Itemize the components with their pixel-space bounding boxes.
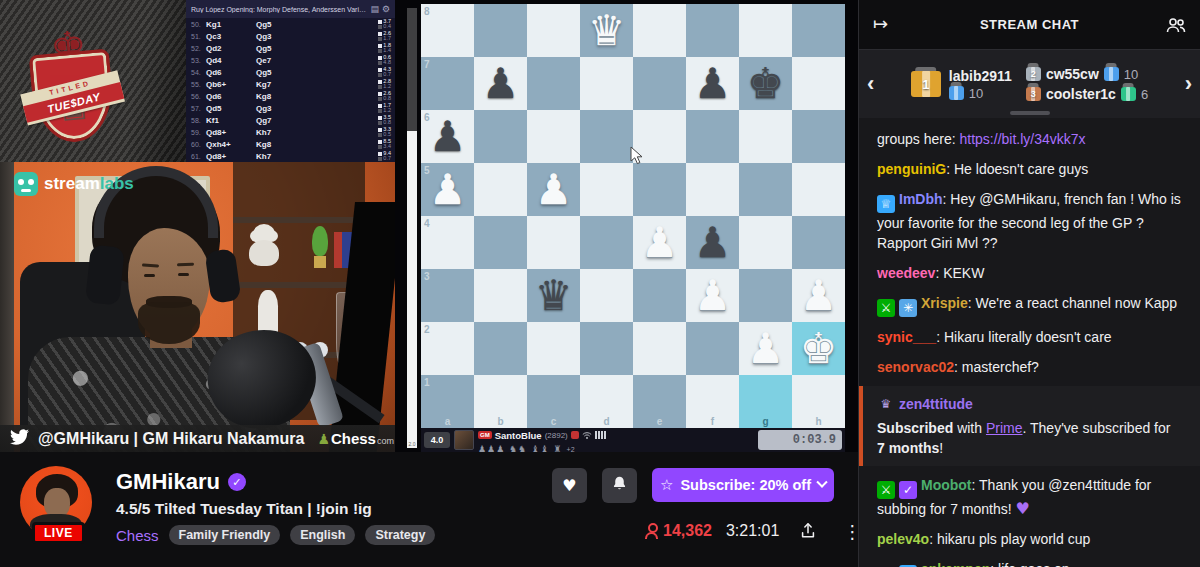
rank-label: 3 [424, 271, 430, 282]
channel-info-bar: LIVE GMHikaru ✓ 4.5/5 Tilted Tuesday Tit… [0, 452, 858, 567]
chat-username[interactable]: weedeev [877, 265, 935, 281]
leaderboard-prev-icon[interactable]: ‹ [867, 73, 874, 95]
chat-username[interactable]: ImDbh [899, 191, 943, 207]
file-label: h [815, 416, 821, 427]
stream-page: ♚ ♚ TITLED TUE$DAY Ruy López Opening: Mo… [0, 0, 1200, 567]
evaluation-bar: 2.0 [407, 8, 417, 448]
chat-messages: groups here: https://bit.ly/34vkk7xpengu… [859, 118, 1200, 567]
square-a4[interactable]: 4 [421, 216, 474, 269]
moderator-badge: ⚔ [877, 299, 895, 317]
chat-title: STREAM CHAT [980, 17, 1079, 32]
square-a8[interactable]: 8 [421, 4, 474, 57]
mouse-cursor [630, 146, 643, 169]
square-c3[interactable]: ♛ [527, 269, 580, 322]
third-gifter[interactable]: 3 coolster1c 6 [1026, 86, 1148, 102]
square-c4[interactable] [527, 216, 580, 269]
square-h8[interactable] [792, 4, 845, 57]
rank-label: 4 [424, 218, 430, 229]
founder-badge: ♛ [877, 395, 895, 413]
chat-username[interactable]: Xrispie [921, 295, 968, 311]
social-ticker: @GMHikaru | GM Hikaru Nakamura ♟ Chess c… [0, 425, 395, 452]
stream-uptime: 3:21:01 [726, 522, 779, 540]
gifter-leaderboard: ‹ 1 labib2911 10 2 cw55cw 10 [859, 50, 1200, 118]
square-e5[interactable] [633, 163, 686, 216]
square-d3[interactable] [580, 269, 633, 322]
square-b3[interactable] [474, 269, 527, 322]
square-b2[interactable] [474, 322, 527, 375]
move-row[interactable]: 60.Qxh4+Kg88.53.4 [186, 138, 395, 150]
file-label: e [657, 416, 663, 427]
square-f3[interactable]: ♟ [686, 269, 739, 322]
square-d5[interactable] [580, 163, 633, 216]
square-e4[interactable]: ♟ [633, 216, 686, 269]
square-b4[interactable] [474, 216, 527, 269]
square-c5[interactable]: ♟ [527, 163, 580, 216]
square-h4[interactable] [792, 216, 845, 269]
streamlabs-icon [14, 172, 38, 196]
player-clock: 0:03.9 [758, 430, 842, 450]
chat-username[interactable]: senorvac02 [877, 359, 954, 375]
moderator-badge: ⚔ [877, 481, 895, 499]
heart-icon: ♥ [562, 476, 576, 495]
gm-title-chip: GM [478, 431, 492, 439]
chat-username[interactable]: penguiniG [877, 161, 946, 177]
leaderboard-next-icon[interactable]: › [1185, 73, 1192, 95]
chat-message: synic___: Hikaru literally doesn't care [859, 322, 1200, 352]
chat-message: penguiniG: He ldoesn't care guys [859, 154, 1200, 184]
file-label: g [762, 416, 768, 427]
square-f5[interactable] [686, 163, 739, 216]
player-bar: 4.0 GM SantoBlue (2892) ♟♟♟ ♞♞ ♝♝ [421, 428, 845, 452]
square-f7[interactable]: ♟ [686, 57, 739, 110]
square-e1[interactable]: e [633, 375, 686, 428]
tag-english[interactable]: English [290, 525, 355, 545]
square-e2[interactable] [633, 322, 686, 375]
player-avatar[interactable] [454, 430, 474, 450]
square-b8[interactable] [474, 4, 527, 57]
black-pawn: ♟ [686, 57, 739, 110]
chat-username[interactable]: pelev4o [877, 531, 929, 547]
square-g1[interactable]: g [739, 375, 792, 428]
connection-bars-icon [595, 431, 606, 439]
streamer-beard [138, 302, 200, 344]
rank-label: 1 [424, 377, 430, 388]
square-g2[interactable]: ♟ [739, 322, 792, 375]
viewer-count: 14,362 [663, 522, 712, 540]
verified-badge-icon: ✓ [228, 473, 246, 491]
chat-message: pelev4o: hikaru pls play world cup [859, 524, 1200, 554]
settings-icon[interactable]: ⚙ [382, 5, 390, 14]
square-h1[interactable]: h [792, 375, 845, 428]
gifter-name[interactable]: coolster1c [1046, 86, 1116, 102]
square-h5[interactable] [792, 163, 845, 216]
white-pawn: ♟ [739, 322, 792, 375]
prime-link[interactable]: Prime [986, 420, 1023, 436]
move-row[interactable]: 61.Qd8+Kh79.40.7 [186, 150, 395, 162]
ticker-text: @GMHikaru | GM Hikaru Nakamura [38, 430, 304, 448]
square-d4[interactable] [580, 216, 633, 269]
channel-name[interactable]: GMHikaru [116, 469, 220, 495]
titled-tuesday-shield: ♚ ♚ TITLED TUE$DAY [28, 37, 117, 146]
opening-name-bar: Ruy López Opening: Morphy Defense, Ander… [186, 0, 395, 18]
square-a3[interactable]: 3 [421, 269, 474, 322]
gift-count: 10 [969, 86, 983, 101]
square-c8[interactable] [527, 4, 580, 57]
bell-icon [611, 475, 628, 496]
player-rating: (2892) [545, 431, 568, 440]
move-row[interactable]: 54.Qd6Qg54.30.7 [186, 66, 395, 78]
eval-score: 4.0 [424, 432, 450, 448]
category-link[interactable]: Chess [116, 527, 159, 544]
board-area: 2.0 8♛7♟♟♚6♟5♟♟4♟♟3♛♟♟2♟♚1abcdefgh 4.0 G… [395, 0, 858, 452]
chesscom-logo: ♟ Chess com [317, 430, 394, 447]
square-f6[interactable] [686, 110, 739, 163]
rank-label: 7 [424, 59, 430, 70]
square-d7[interactable] [580, 57, 633, 110]
chess-board: 8♛7♟♟♚6♟5♟♟4♟♟3♛♟♟2♟♚1abcdefgh [421, 4, 845, 428]
leaderboard-drag-handle[interactable] [1010, 111, 1050, 115]
pawn-icon: ♟ [317, 431, 330, 447]
follow-button[interactable]: ♥ [552, 468, 587, 503]
verified-badge: ✓ [899, 481, 917, 499]
move-row[interactable]: 56.Qd6Kg82.60.8 [186, 90, 395, 102]
chat-message: ✳♕ankempen: life goes on [859, 554, 1200, 567]
chat-message: ♕ImDbh: Hey @GMHikaru, french fan ! Who … [859, 184, 1200, 258]
door-frame [0, 162, 14, 452]
square-d1[interactable]: d [580, 375, 633, 428]
kebab-icon: ⋮ [843, 521, 861, 542]
square-h6[interactable] [792, 110, 845, 163]
square-g4[interactable] [739, 216, 792, 269]
community-icon[interactable] [1166, 15, 1186, 39]
square-e3[interactable] [633, 269, 686, 322]
gift-icon [949, 86, 964, 100]
white-king: ♚ [792, 322, 845, 375]
subscribe-button[interactable]: ☆ Subscribe: 20% off [652, 468, 834, 502]
live-badge: LIVE [32, 522, 85, 544]
white-pawn: ♟ [421, 163, 474, 216]
more-options-button[interactable]: ⋮ [837, 516, 867, 546]
chat-message: ⚔✓Moobot: Thank you @zen4ttitude for sub… [859, 470, 1200, 524]
viewers-icon [645, 523, 658, 539]
chat-message: weedeev: KEKW [859, 258, 1200, 288]
square-a1[interactable]: 1a [421, 375, 474, 428]
square-f8[interactable] [686, 4, 739, 57]
square-e8[interactable] [633, 4, 686, 57]
square-d2[interactable] [580, 322, 633, 375]
book-icon[interactable]: ▤ [370, 5, 379, 14]
rank-label: 8 [424, 6, 430, 17]
rank-label: 2 [424, 324, 430, 335]
prime-badge: ♕ [877, 195, 895, 213]
white-pawn: ♟ [792, 269, 845, 322]
square-b1[interactable]: b [474, 375, 527, 428]
square-c2[interactable] [527, 322, 580, 375]
chat-header: ↦ STREAM CHAT [859, 0, 1200, 50]
chat-message: ⚔✳Xrispie: We're a react channel now Kap… [859, 288, 1200, 322]
square-e7[interactable] [633, 57, 686, 110]
gift-count: 6 [1141, 87, 1148, 102]
chat-message: senorvac02: masterchef? [859, 352, 1200, 382]
square-a5[interactable]: 5♟ [421, 163, 474, 216]
move-row[interactable]: 50.Kg1Qg53.70.4 [186, 18, 395, 30]
move-list-panel: Ruy López Opening: Morphy Defense, Ander… [186, 0, 395, 162]
titled-tuesday-panel: ♚ ♚ TITLED TUE$DAY [0, 0, 186, 162]
gift-icon [1104, 67, 1119, 81]
move-row[interactable]: 52.Qd2Qg51.81.4 [186, 42, 395, 54]
white-queen: ♛ [580, 4, 633, 57]
square-a6[interactable]: 6♟ [421, 110, 474, 163]
twitter-icon [10, 429, 29, 449]
black-pawn: ♟ [474, 57, 527, 110]
chat-username[interactable]: zen4ttitude [899, 394, 973, 414]
evaluation-bar-white [407, 131, 417, 448]
gift-rank1-icon: 1 [911, 71, 941, 97]
square-h2[interactable]: ♚ [792, 322, 845, 375]
gifter-name[interactable]: cw55cw [1046, 66, 1099, 82]
move-row[interactable]: 55.Qb6+Kg72.81.2 [186, 78, 395, 90]
streamlabs-logo: streamlabs [14, 172, 134, 196]
move-row[interactable]: 59.Qd8+Kh73.30.5 [186, 126, 395, 138]
player-name[interactable]: SantoBlue [495, 430, 542, 441]
square-f2[interactable] [686, 322, 739, 375]
chevron-down-icon [816, 477, 827, 488]
square-b5[interactable] [474, 163, 527, 216]
notifications-button[interactable] [602, 468, 637, 503]
move-row[interactable]: 57.Qd5Qg31.71.2 [186, 102, 395, 114]
move-list: 50.Kg1Qg53.70.451.Qc3Qg32.61.752.Qd2Qg51… [186, 18, 395, 162]
square-d8[interactable]: ♛ [580, 4, 633, 57]
white-pawn: ♟ [633, 216, 686, 269]
square-g8[interactable] [739, 4, 792, 57]
square-g6[interactable] [739, 110, 792, 163]
tag-strategy[interactable]: Strategy [365, 525, 435, 545]
square-a2[interactable]: 2 [421, 322, 474, 375]
stream-chat-panel: ↦ STREAM CHAT ‹ 1 labib2911 10 2 [858, 0, 1200, 567]
square-a7[interactable]: 7 [421, 57, 474, 110]
black-queen: ♛ [527, 269, 580, 322]
square-h7[interactable] [792, 57, 845, 110]
trophy [312, 226, 328, 256]
move-row[interactable]: 58.Kf1Qg73.50.8 [186, 114, 395, 126]
chat-username[interactable]: synic___ [877, 329, 936, 345]
square-d6[interactable] [580, 110, 633, 163]
share-button[interactable] [793, 516, 823, 546]
square-f4[interactable]: ♟ [686, 216, 739, 269]
square-f1[interactable]: f [686, 375, 739, 428]
chat-link[interactable]: https://bit.ly/34vkk7x [960, 131, 1086, 147]
square-c6[interactable] [527, 110, 580, 163]
stream-title: 4.5/5 Tilted Tuesday Titan | !join !ig [116, 500, 372, 518]
subscriber-badge: ✳ [899, 299, 917, 317]
second-gifter[interactable]: 2 cw55cw 10 [1026, 66, 1148, 82]
gift-rank2-icon: 2 [1026, 67, 1041, 81]
file-label: a [445, 416, 451, 427]
star-icon: ☆ [660, 476, 673, 494]
chat-username[interactable]: ankempen [921, 561, 990, 567]
tag-family-friendly[interactable]: Family Friendly [169, 525, 281, 545]
gift-count: 10 [1124, 67, 1138, 82]
chat-username[interactable]: Moobot [921, 477, 972, 493]
sub-notice: ♛zen4ttitudeSubscribed with Prime. They'… [859, 386, 1200, 466]
square-c7[interactable] [527, 57, 580, 110]
video-player[interactable]: ♚ ♚ TITLED TUE$DAY Ruy López Opening: Mo… [0, 0, 858, 452]
square-h3[interactable]: ♟ [792, 269, 845, 322]
white-pawn: ♟ [527, 163, 580, 216]
square-g3[interactable] [739, 269, 792, 322]
collapse-chat-icon[interactable]: ↦ [873, 13, 888, 34]
chat-message: groups here: https://bit.ly/34vkk7x [859, 124, 1200, 154]
square-g5[interactable] [739, 163, 792, 216]
wifi-icon [582, 426, 592, 444]
white-pawn: ♟ [686, 269, 739, 322]
purple-heart-emote: ♥ [1016, 499, 1030, 518]
black-king: ♚ [739, 57, 792, 110]
file-label: f [711, 416, 714, 427]
black-pawn: ♟ [686, 216, 739, 269]
square-b7[interactable]: ♟ [474, 57, 527, 110]
gift-rank3-icon: 3 [1026, 87, 1041, 101]
black-pawn: ♟ [421, 110, 474, 163]
evaluation-value: 2.0 [407, 441, 417, 447]
webcam-feed: streamlabs @GMHikaru | GM Hikaru Nakamur… [0, 162, 395, 452]
square-b6[interactable] [474, 110, 527, 163]
top-gifter[interactable]: 1 labib2911 10 [911, 68, 1012, 101]
move-row[interactable]: 51.Qc3Qg32.61.7 [186, 30, 395, 42]
gift-icon [1121, 87, 1136, 101]
move-row[interactable]: 53.Qd4Qe70.64.8 [186, 54, 395, 66]
square-g7[interactable]: ♚ [739, 57, 792, 110]
square-c1[interactable]: c [527, 375, 580, 428]
opening-name: Ruy López Opening: Morphy Defense, Ander… [191, 6, 367, 13]
flag-icon [571, 431, 579, 439]
